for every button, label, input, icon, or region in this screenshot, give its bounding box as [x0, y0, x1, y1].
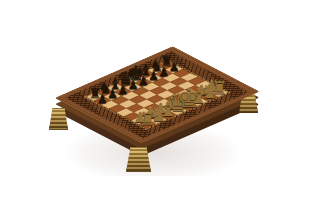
chess-set-photo: ♜♞♝♛♚♝♞♜♟♟♟♟♟♟♟♟♟♟♟♟♟♟♟♟♜♞♝♛♚♝♞♜ — [40, 16, 260, 216]
piece-white-rook[interactable]: ♜ — [211, 79, 227, 97]
piece-black-pawn[interactable]: ♟ — [169, 61, 180, 73]
piece-black-pawn[interactable]: ♟ — [118, 84, 129, 96]
piece-black-pawn[interactable]: ♟ — [148, 70, 159, 82]
piece-black-pawn[interactable]: ♟ — [138, 75, 149, 87]
piece-black-pawn[interactable]: ♟ — [128, 79, 139, 91]
piece-black-pawn[interactable]: ♟ — [107, 88, 118, 100]
piece-black-pawn[interactable]: ♟ — [159, 66, 170, 78]
piece-black-pawn[interactable]: ♟ — [97, 93, 108, 105]
